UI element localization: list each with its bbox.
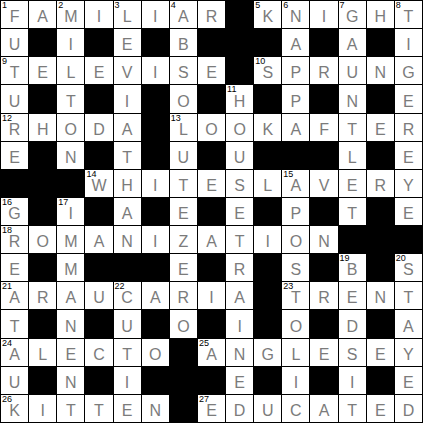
black-cell	[367, 310, 394, 337]
cell-r12c0[interactable]: 24A	[1, 339, 28, 366]
black-cell	[85, 198, 112, 225]
cell-r11c2[interactable]: N	[57, 310, 84, 337]
cell-r4c7[interactable]: O	[198, 114, 225, 141]
cell-r14c1[interactable]: I	[29, 395, 56, 422]
cell-letter: E	[178, 206, 189, 225]
cell-letter: E	[403, 94, 414, 113]
black-cell	[310, 254, 337, 281]
black-cell	[142, 29, 169, 56]
cell-letter: A	[206, 347, 217, 366]
cell-r5c8[interactable]: U	[226, 142, 253, 169]
clue-number: 25	[199, 339, 209, 348]
cell-r12c8[interactable]: N	[226, 339, 253, 366]
clue-number: 15	[283, 170, 293, 179]
cell-r5c14[interactable]: E	[395, 142, 422, 169]
cell-r13c0[interactable]: U	[1, 367, 28, 394]
cell-r4c12[interactable]: T	[339, 114, 366, 141]
cell-r12c12[interactable]: S	[339, 339, 366, 366]
cell-r3c8[interactable]: 11H	[226, 85, 253, 112]
cell-r7c0[interactable]: 16G	[1, 198, 28, 225]
cell-letter: I	[209, 290, 213, 309]
cell-r4c14[interactable]: R	[395, 114, 422, 141]
cell-letter: C	[121, 290, 133, 309]
black-cell	[254, 367, 281, 394]
cell-r5c6[interactable]: U	[170, 142, 197, 169]
cell-r14c14[interactable]: D	[395, 395, 422, 422]
cell-letter: A	[9, 347, 20, 366]
cell-letter: A	[150, 290, 161, 309]
cell-r0c0[interactable]: 1F	[1, 1, 28, 28]
cell-r14c2[interactable]: T	[57, 395, 84, 422]
cell-r8c10[interactable]: O	[282, 226, 309, 253]
cell-r12c3[interactable]: C	[85, 339, 112, 366]
cell-r11c8[interactable]: I	[226, 310, 253, 337]
cell-letter: O	[233, 122, 245, 141]
cell-letter: N	[65, 375, 77, 394]
cell-r4c0[interactable]: 12R	[1, 114, 28, 141]
black-cell	[310, 367, 337, 394]
cell-r12c11[interactable]: E	[310, 339, 337, 366]
cell-r7c14[interactable]: E	[395, 198, 422, 225]
cell-r14c0[interactable]: 26K	[1, 395, 28, 422]
cell-r9c12[interactable]: 19B	[339, 254, 366, 281]
cell-r12c4[interactable]: T	[114, 339, 141, 366]
cell-letter: D	[93, 122, 105, 141]
cell-r10c5[interactable]: A	[142, 282, 169, 309]
cell-r2c0[interactable]: 9T	[1, 57, 28, 84]
cell-r0c11[interactable]: I	[310, 1, 337, 28]
cell-letter: G	[8, 206, 20, 225]
cell-letter: E	[206, 65, 217, 84]
cell-letter: U	[346, 65, 358, 84]
cell-r6c7[interactable]: E	[198, 170, 225, 197]
clue-number: 17	[58, 198, 68, 207]
cell-letter: T	[10, 65, 20, 84]
cell-r4c2[interactable]: O	[57, 114, 84, 141]
cell-letter: N	[149, 403, 161, 422]
cell-r14c7[interactable]: 27E	[198, 395, 225, 422]
cell-letter: A	[178, 9, 189, 28]
cell-r8c3[interactable]: A	[85, 226, 112, 253]
cell-r2c7[interactable]: E	[198, 57, 225, 84]
cell-r10c0[interactable]: 21A	[1, 282, 28, 309]
cell-r5c2[interactable]: N	[57, 142, 84, 169]
cell-r6c14[interactable]: Y	[395, 170, 422, 197]
cell-r10c12[interactable]: E	[339, 282, 366, 309]
cell-r13c8[interactable]: E	[226, 367, 253, 394]
cell-r0c9[interactable]: 5K	[254, 1, 281, 28]
cell-r0c10[interactable]: 6N	[282, 1, 309, 28]
cell-r4c10[interactable]: A	[282, 114, 309, 141]
cell-r12c9[interactable]: G	[254, 339, 281, 366]
clue-number: 3	[115, 1, 120, 10]
cell-r0c13[interactable]: H	[367, 1, 394, 28]
cell-r10c2[interactable]: A	[57, 282, 84, 309]
cell-letter: H	[121, 178, 133, 197]
cell-letter: U	[9, 94, 21, 113]
cell-letter: U	[262, 403, 274, 422]
cell-r2c11[interactable]: R	[310, 57, 337, 84]
clue-number: 21	[2, 282, 12, 291]
cell-letter: S	[403, 262, 414, 281]
cell-r14c3[interactable]: T	[85, 395, 112, 422]
cell-letter: L	[263, 178, 272, 197]
clue-number: 27	[199, 395, 209, 404]
cell-r7c12[interactable]: T	[339, 198, 366, 225]
cell-r6c6[interactable]: T	[170, 170, 197, 197]
cell-r2c14[interactable]: G	[395, 57, 422, 84]
cell-r4c1[interactable]: H	[29, 114, 56, 141]
cell-letter: I	[40, 403, 44, 422]
cell-r8c9[interactable]: I	[254, 226, 281, 253]
cell-r1c14[interactable]: I	[395, 29, 422, 56]
cell-r8c4[interactable]: N	[114, 226, 141, 253]
cell-letter: E	[403, 375, 414, 394]
clue-number: 9	[2, 57, 7, 66]
cell-r3c6[interactable]: O	[170, 85, 197, 112]
cell-letter: N	[65, 319, 77, 338]
cell-r9c10[interactable]: S	[282, 254, 309, 281]
black-cell	[310, 142, 337, 169]
cell-r11c6[interactable]: O	[170, 310, 197, 337]
black-cell	[57, 170, 84, 197]
black-cell	[142, 367, 169, 394]
cell-r6c11[interactable]: V	[310, 170, 337, 197]
cell-r7c2[interactable]: 17I	[57, 198, 84, 225]
cell-r1c2[interactable]: I	[57, 29, 84, 56]
cell-r8c0[interactable]: 18R	[1, 226, 28, 253]
cell-r0c4[interactable]: 3L	[114, 1, 141, 28]
cell-letter: M	[64, 262, 77, 281]
black-cell	[367, 142, 394, 169]
black-cell	[142, 85, 169, 112]
black-cell	[367, 85, 394, 112]
cell-r12c10[interactable]: L	[282, 339, 309, 366]
cell-letter: R	[375, 178, 387, 197]
cell-letter: P	[291, 94, 302, 113]
cell-r12c1[interactable]: L	[29, 339, 56, 366]
cell-r8c11[interactable]: N	[310, 226, 337, 253]
cell-r10c1[interactable]: R	[29, 282, 56, 309]
cell-r1c0[interactable]: U	[1, 29, 28, 56]
cell-r2c5[interactable]: I	[142, 57, 169, 84]
cell-r12c14[interactable]: Y	[395, 339, 422, 366]
cell-r0c2[interactable]: 2M	[57, 1, 84, 28]
cell-r13c14[interactable]: E	[395, 367, 422, 394]
clue-number: 7	[340, 1, 345, 10]
cell-r10c3[interactable]: U	[85, 282, 112, 309]
black-cell	[198, 29, 225, 56]
clue-number: 24	[2, 339, 12, 348]
cell-letter: W	[91, 178, 106, 197]
cell-r12c7[interactable]: 25A	[198, 339, 225, 366]
clue-number: 26	[2, 395, 12, 404]
cell-r8c7[interactable]: A	[198, 226, 225, 253]
cell-r14c5[interactable]: N	[142, 395, 169, 422]
cell-letter: O	[177, 94, 189, 113]
cell-r12c13[interactable]: E	[367, 339, 394, 366]
cell-r1c6[interactable]: B	[170, 29, 197, 56]
cell-r8c1[interactable]: O	[29, 226, 56, 253]
cell-r8c5[interactable]: I	[142, 226, 169, 253]
cell-r3c4[interactable]: I	[114, 85, 141, 112]
cell-r10c6[interactable]: R	[170, 282, 197, 309]
cell-r8c8[interactable]: T	[226, 226, 253, 253]
cell-r2c10[interactable]: P	[282, 57, 309, 84]
cell-letter: T	[347, 403, 357, 422]
cell-r13c2[interactable]: N	[57, 367, 84, 394]
cell-letter: T	[66, 403, 76, 422]
cell-r3c14[interactable]: E	[395, 85, 422, 112]
cell-letter: T	[122, 347, 132, 366]
cell-r10c13[interactable]: N	[367, 282, 394, 309]
cell-r8c2[interactable]: M	[57, 226, 84, 253]
cell-r14c12[interactable]: T	[339, 395, 366, 422]
cell-r0c6[interactable]: 4A	[170, 1, 197, 28]
cell-letter: U	[178, 150, 190, 169]
cell-letter: O	[290, 319, 302, 338]
cell-r7c6[interactable]: E	[170, 198, 197, 225]
black-cell	[170, 339, 197, 366]
cell-letter: E	[347, 290, 358, 309]
cell-letter: S	[262, 65, 273, 84]
cell-r12c5[interactable]: O	[142, 339, 169, 366]
cell-r10c10[interactable]: 23T	[282, 282, 309, 309]
cell-letter: A	[122, 206, 133, 225]
cell-letter: O	[65, 122, 77, 141]
cell-r11c4[interactable]: U	[114, 310, 141, 337]
cell-letter: I	[322, 9, 326, 28]
cell-r2c9[interactable]: 10S	[254, 57, 281, 84]
cell-letter: T	[235, 234, 245, 253]
black-cell	[254, 29, 281, 56]
cell-r3c10[interactable]: P	[282, 85, 309, 112]
cell-r0c7[interactable]: R	[198, 1, 225, 28]
cell-r12c2[interactable]: E	[57, 339, 84, 366]
black-cell	[310, 198, 337, 225]
black-cell	[226, 1, 253, 28]
black-cell	[170, 367, 197, 394]
cell-r5c0[interactable]: E	[1, 142, 28, 169]
cell-r6c10[interactable]: 15A	[282, 170, 309, 197]
clue-number: 22	[115, 282, 125, 291]
cell-letter: N	[375, 65, 387, 84]
cell-r1c10[interactable]: A	[282, 29, 309, 56]
cell-r14c13[interactable]: E	[367, 395, 394, 422]
clue-number: 10	[255, 57, 265, 66]
cell-r2c6[interactable]: S	[170, 57, 197, 84]
cell-letter: A	[319, 403, 330, 422]
black-cell	[142, 198, 169, 225]
cell-r10c14[interactable]: T	[395, 282, 422, 309]
cell-letter: A	[347, 37, 358, 56]
cell-r9c2[interactable]: M	[57, 254, 84, 281]
cell-r10c8[interactable]: A	[226, 282, 253, 309]
cell-r9c8[interactable]: R	[226, 254, 253, 281]
cell-r0c3[interactable]: I	[85, 1, 112, 28]
cell-letter: F	[10, 9, 20, 28]
cell-r9c14[interactable]: 20S	[395, 254, 422, 281]
cell-r5c4[interactable]: T	[114, 142, 141, 169]
cell-r4c3[interactable]: D	[85, 114, 112, 141]
clue-number: 16	[2, 198, 12, 207]
black-cell	[85, 29, 112, 56]
cell-r4c4[interactable]: A	[114, 114, 141, 141]
black-cell	[85, 85, 112, 112]
cell-letter: R	[206, 9, 218, 28]
black-cell	[282, 142, 309, 169]
cell-letter: E	[403, 150, 414, 169]
cell-r3c2[interactable]: T	[57, 85, 84, 112]
cell-r6c12[interactable]: E	[339, 170, 366, 197]
black-cell	[29, 254, 56, 281]
cell-r0c12[interactable]: 7G	[339, 1, 366, 28]
cell-r0c14[interactable]: 8T	[395, 1, 422, 28]
cell-letter: A	[122, 122, 133, 141]
cell-letter: E	[375, 347, 386, 366]
cell-letter: A	[234, 290, 245, 309]
cell-letter: R	[9, 122, 21, 141]
cell-r4c6[interactable]: 13L	[170, 114, 197, 141]
cell-r4c8[interactable]: O	[226, 114, 253, 141]
black-cell	[198, 198, 225, 225]
black-cell	[310, 310, 337, 337]
cell-letter: H	[234, 94, 246, 113]
cell-letter: L	[348, 150, 357, 169]
black-cell	[29, 142, 56, 169]
cell-r0c1[interactable]: A	[29, 1, 56, 28]
cell-letter: R	[318, 65, 330, 84]
cell-letter: R	[318, 290, 330, 309]
cell-letter: I	[294, 375, 298, 394]
black-cell	[198, 142, 225, 169]
cell-letter: S	[347, 347, 358, 366]
cell-letter: T	[66, 94, 76, 113]
cell-r11c0[interactable]: T	[1, 310, 28, 337]
cell-r4c11[interactable]: F	[310, 114, 337, 141]
cell-r10c11[interactable]: R	[310, 282, 337, 309]
cell-r2c4[interactable]: V	[114, 57, 141, 84]
cell-r2c12[interactable]: U	[339, 57, 366, 84]
cell-r2c13[interactable]: N	[367, 57, 394, 84]
cell-r14c9[interactable]: U	[254, 395, 281, 422]
cell-r11c14[interactable]: A	[395, 310, 422, 337]
cell-letter: K	[262, 9, 273, 28]
cell-r0c5[interactable]: I	[142, 1, 169, 28]
cell-r10c7[interactable]: I	[198, 282, 225, 309]
cell-r9c0[interactable]: E	[1, 254, 28, 281]
cell-r6c9[interactable]: L	[254, 170, 281, 197]
cell-letter: E	[206, 403, 217, 422]
black-cell	[198, 367, 225, 394]
cell-r6c5[interactable]: I	[142, 170, 169, 197]
cell-r6c13[interactable]: R	[367, 170, 394, 197]
cell-r13c12[interactable]: I	[339, 367, 366, 394]
cell-letter: N	[121, 234, 133, 253]
cell-r13c10[interactable]: I	[282, 367, 309, 394]
black-cell	[367, 367, 394, 394]
cell-letter: E	[37, 65, 48, 84]
cell-r7c8[interactable]: E	[226, 198, 253, 225]
cell-r4c13[interactable]: E	[367, 114, 394, 141]
cell-letter: E	[65, 347, 76, 366]
black-cell	[170, 395, 197, 422]
cell-letter: S	[178, 65, 189, 84]
cell-letter: I	[125, 375, 129, 394]
clue-number: 5	[255, 1, 260, 10]
clue-number: 6	[283, 1, 288, 10]
cell-r6c8[interactable]: S	[226, 170, 253, 197]
cell-letter: E	[122, 37, 133, 56]
cell-r14c11[interactable]: A	[310, 395, 337, 422]
black-cell	[29, 85, 56, 112]
cell-letter: N	[318, 234, 330, 253]
cell-r6c3[interactable]: 14W	[85, 170, 112, 197]
clue-number: 23	[283, 282, 293, 291]
cell-r1c4[interactable]: E	[114, 29, 141, 56]
cell-letter: Y	[403, 347, 414, 366]
cell-letter: U	[234, 150, 246, 169]
cell-letter: T	[178, 178, 188, 197]
cell-letter: L	[123, 9, 132, 28]
clue-number: 8	[396, 1, 401, 10]
cell-letter: N	[234, 347, 246, 366]
cell-r14c8[interactable]: D	[226, 395, 253, 422]
clue-number: 11	[227, 85, 236, 94]
cell-letter: S	[291, 262, 302, 281]
cell-r3c12[interactable]: N	[339, 85, 366, 112]
cell-r2c1[interactable]: E	[29, 57, 56, 84]
cell-r2c3[interactable]: E	[85, 57, 112, 84]
cell-r11c12[interactable]: D	[339, 310, 366, 337]
cell-letter: E	[375, 122, 386, 141]
cell-letter: I	[97, 9, 101, 28]
cell-r2c2[interactable]: L	[57, 57, 84, 84]
cell-letter: R	[234, 262, 246, 281]
cell-letter: E	[178, 262, 189, 281]
cell-r14c10[interactable]: C	[282, 395, 309, 422]
cell-r1c12[interactable]: A	[339, 29, 366, 56]
cell-r5c12[interactable]: L	[339, 142, 366, 169]
black-cell	[85, 367, 112, 394]
cell-r10c4[interactable]: 22C	[114, 282, 141, 309]
cell-letter: V	[122, 65, 133, 84]
cell-r7c10[interactable]: P	[282, 198, 309, 225]
cell-letter: E	[234, 206, 245, 225]
cell-r9c6[interactable]: E	[170, 254, 197, 281]
cell-letter: O	[177, 319, 189, 338]
cell-r6c4[interactable]: H	[114, 170, 141, 197]
cell-r3c0[interactable]: U	[1, 85, 28, 112]
cell-r7c4[interactable]: A	[114, 198, 141, 225]
cell-letter: I	[266, 234, 270, 253]
black-cell	[310, 85, 337, 112]
cell-r13c4[interactable]: I	[114, 367, 141, 394]
cell-letter: Y	[403, 178, 414, 197]
cell-r8c6[interactable]: Z	[170, 226, 197, 253]
cell-letter: U	[121, 319, 133, 338]
cell-letter: A	[94, 234, 105, 253]
black-cell	[29, 367, 56, 394]
cell-letter: C	[93, 347, 105, 366]
cell-r14c4[interactable]: E	[114, 395, 141, 422]
cell-r11c10[interactable]: O	[282, 310, 309, 337]
cell-letter: E	[9, 262, 20, 281]
crossword-grid: 1FA2MI3LI4AR5K6NI7GH8TUIEBAAI9TELEVISE10…	[0, 0, 423, 423]
cell-r4c9[interactable]: K	[254, 114, 281, 141]
cell-letter: G	[262, 347, 274, 366]
cell-letter: A	[291, 178, 302, 197]
